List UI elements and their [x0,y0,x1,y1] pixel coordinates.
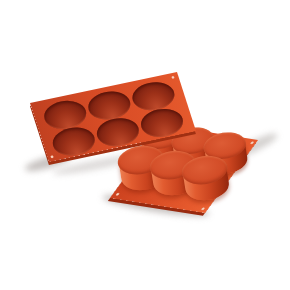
product-photo [0,0,290,290]
mould-cavity [93,115,143,150]
mould-cup [180,153,233,206]
corner-hole [200,207,205,210]
mould-cavity [49,124,99,159]
corner-hole [171,76,175,79]
corner-hole [250,141,255,144]
corner-hole [115,193,120,196]
corner-hole [50,155,54,158]
